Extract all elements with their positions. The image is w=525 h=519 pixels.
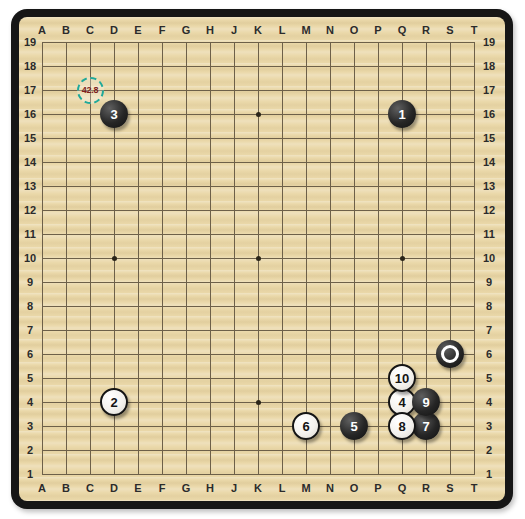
board-frame: ABCDEFGHJKLMNOPQRST ABCDEFGHJKLMNOPQRST …	[11, 9, 513, 509]
stone-white-m3-move-6[interactable]: 6	[292, 412, 320, 440]
stone-white-q3-move-8[interactable]: 8	[388, 412, 416, 440]
stone-black-r3-move-7[interactable]: 7	[412, 412, 440, 440]
hint-circle-c17[interactable]: 42.8	[77, 77, 104, 104]
stone-black-d16-move-3[interactable]: 3	[100, 100, 128, 128]
goban: ABCDEFGHJKLMNOPQRST ABCDEFGHJKLMNOPQRST …	[19, 17, 505, 501]
star-point-k4	[256, 400, 261, 405]
stone-white-q5-move-10[interactable]: 10	[388, 364, 416, 392]
star-point-d10	[112, 256, 117, 261]
stone-white-d4-move-2[interactable]: 2	[100, 388, 128, 416]
stone-black-r4-move-9[interactable]: 9	[412, 388, 440, 416]
star-point-k10	[256, 256, 261, 261]
stone-black-q16-move-1[interactable]: 1	[388, 100, 416, 128]
stone-black-s6-marked[interactable]	[436, 340, 464, 368]
star-point-k16	[256, 112, 261, 117]
go-diagram: ABCDEFGHJKLMNOPQRST ABCDEFGHJKLMNOPQRST …	[0, 0, 525, 519]
star-point-q10	[400, 256, 405, 261]
board-intersections[interactable]: 1234567891042.8	[30, 30, 486, 486]
stone-black-o3-move-5[interactable]: 5	[340, 412, 368, 440]
circle-marker-icon	[441, 345, 459, 363]
